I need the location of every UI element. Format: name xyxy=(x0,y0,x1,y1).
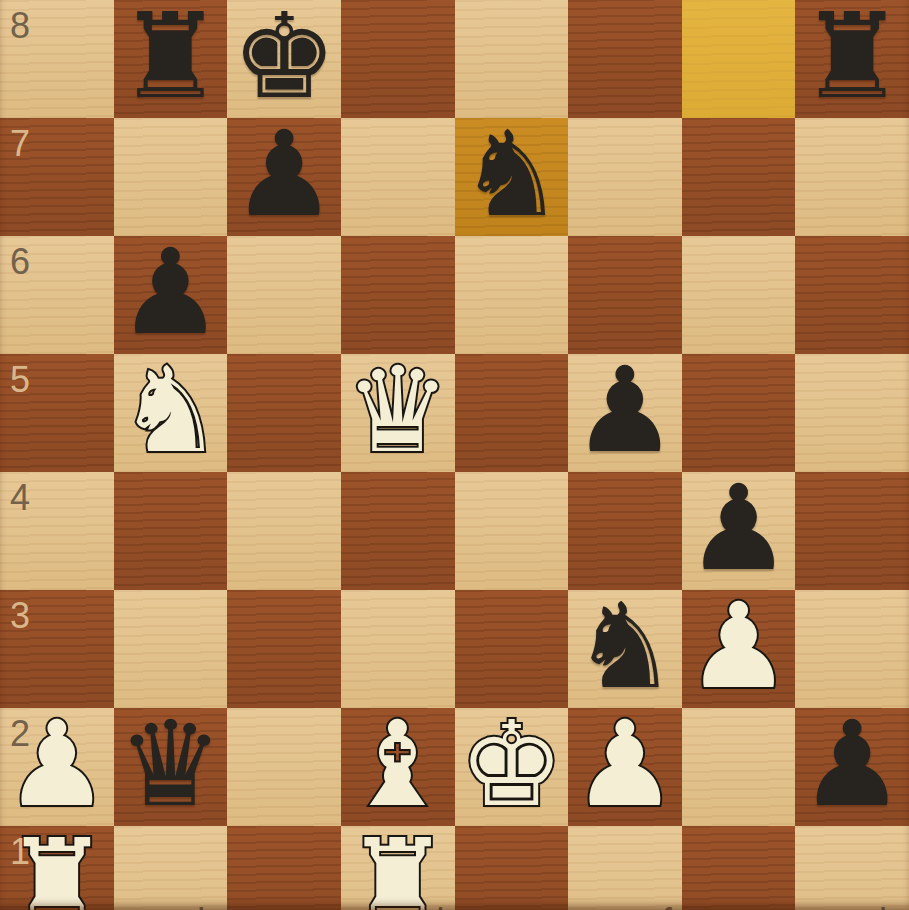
square-c2[interactable] xyxy=(227,708,341,826)
square-g1[interactable]: g xyxy=(682,826,796,910)
square-b5[interactable]: ♞ xyxy=(114,354,228,472)
square-g8[interactable] xyxy=(682,0,796,118)
rank-label-6: 6 xyxy=(10,244,30,280)
square-d4[interactable] xyxy=(341,472,455,590)
square-f5[interactable]: ♟ xyxy=(568,354,682,472)
square-a4[interactable]: 4 xyxy=(0,472,114,590)
square-h7[interactable] xyxy=(795,118,909,236)
square-g4[interactable]: ♟ xyxy=(682,472,796,590)
square-e7[interactable]: ♞ xyxy=(455,118,569,236)
square-g7[interactable] xyxy=(682,118,796,236)
square-f7[interactable] xyxy=(568,118,682,236)
square-h4[interactable] xyxy=(795,472,909,590)
square-b4[interactable] xyxy=(114,472,228,590)
black-pawn-piece[interactable]: ♟ xyxy=(572,351,678,469)
rank-label-5: 5 xyxy=(10,362,30,398)
black-pawn-piece[interactable]: ♟ xyxy=(231,115,337,233)
square-b7[interactable] xyxy=(114,118,228,236)
square-c6[interactable] xyxy=(227,236,341,354)
square-d3[interactable] xyxy=(341,590,455,708)
square-f2[interactable]: ♟ xyxy=(568,708,682,826)
black-pawn-piece[interactable]: ♟ xyxy=(799,705,905,823)
square-b6[interactable]: ♟ xyxy=(114,236,228,354)
black-queen-piece[interactable]: ♛ xyxy=(118,705,224,823)
square-d6[interactable] xyxy=(341,236,455,354)
black-pawn-piece[interactable]: ♟ xyxy=(686,469,792,587)
square-d2[interactable]: ♝ xyxy=(341,708,455,826)
square-e2[interactable]: ♚ xyxy=(455,708,569,826)
black-rook-piece[interactable]: ♜ xyxy=(799,0,905,115)
file-label-c: c xyxy=(313,904,331,910)
square-f6[interactable] xyxy=(568,236,682,354)
square-a1[interactable]: ♜1a xyxy=(0,826,114,910)
rank-label-4: 4 xyxy=(10,480,30,516)
white-rook-piece[interactable]: ♜ xyxy=(4,823,110,910)
square-e3[interactable] xyxy=(455,590,569,708)
square-h1[interactable]: h xyxy=(795,826,909,910)
white-rook-piece[interactable]: ♜ xyxy=(345,823,451,910)
square-e4[interactable] xyxy=(455,472,569,590)
square-g2[interactable] xyxy=(682,708,796,826)
square-b8[interactable]: ♜ xyxy=(114,0,228,118)
square-b3[interactable] xyxy=(114,590,228,708)
square-d7[interactable] xyxy=(341,118,455,236)
white-pawn-piece[interactable]: ♟ xyxy=(4,705,110,823)
square-f4[interactable] xyxy=(568,472,682,590)
square-a6[interactable]: 6 xyxy=(0,236,114,354)
square-g3[interactable]: ♟ xyxy=(682,590,796,708)
square-a2[interactable]: ♟2 xyxy=(0,708,114,826)
square-e6[interactable] xyxy=(455,236,569,354)
rank-label-8: 8 xyxy=(10,8,30,44)
rank-label-7: 7 xyxy=(10,126,30,162)
square-f1[interactable]: f xyxy=(568,826,682,910)
file-label-e: e xyxy=(538,904,558,910)
square-c1[interactable]: c xyxy=(227,826,341,910)
file-label-b: b xyxy=(197,904,217,910)
rank-label-3: 3 xyxy=(10,598,30,634)
square-h2[interactable]: ♟ xyxy=(795,708,909,826)
square-c5[interactable] xyxy=(227,354,341,472)
square-h3[interactable] xyxy=(795,590,909,708)
square-g6[interactable] xyxy=(682,236,796,354)
square-e5[interactable] xyxy=(455,354,569,472)
square-h5[interactable] xyxy=(795,354,909,472)
square-a3[interactable]: 3 xyxy=(0,590,114,708)
square-e8[interactable] xyxy=(455,0,569,118)
white-queen-piece[interactable]: ♛ xyxy=(345,351,451,469)
black-king-piece[interactable]: ♚ xyxy=(231,0,337,115)
square-f8[interactable] xyxy=(568,0,682,118)
white-bishop-piece[interactable]: ♝ xyxy=(345,705,451,823)
square-h6[interactable] xyxy=(795,236,909,354)
square-c3[interactable] xyxy=(227,590,341,708)
white-pawn-piece[interactable]: ♟ xyxy=(572,705,678,823)
file-label-h: h xyxy=(879,904,899,910)
black-rook-piece[interactable]: ♜ xyxy=(118,0,224,115)
square-g5[interactable] xyxy=(682,354,796,472)
square-a5[interactable]: 5 xyxy=(0,354,114,472)
black-knight-piece[interactable]: ♞ xyxy=(458,115,564,233)
square-d8[interactable] xyxy=(341,0,455,118)
square-b1[interactable]: b xyxy=(114,826,228,910)
chess-board: 8♜♚♜7♟♞6♟5♞♛♟4♟3♞♟♟2♛♝♚♟♟♜1abc♜defgh xyxy=(0,0,909,910)
square-a7[interactable]: 7 xyxy=(0,118,114,236)
square-h8[interactable]: ♜ xyxy=(795,0,909,118)
square-c4[interactable] xyxy=(227,472,341,590)
white-knight-piece[interactable]: ♞ xyxy=(118,351,224,469)
square-c7[interactable]: ♟ xyxy=(227,118,341,236)
white-pawn-piece[interactable]: ♟ xyxy=(686,587,792,705)
square-e1[interactable]: e xyxy=(455,826,569,910)
square-b2[interactable]: ♛ xyxy=(114,708,228,826)
file-label-g: g xyxy=(765,904,785,910)
white-king-piece[interactable]: ♚ xyxy=(458,705,564,823)
black-knight-piece[interactable]: ♞ xyxy=(572,587,678,705)
file-label-f: f xyxy=(662,904,672,910)
square-f3[interactable]: ♞ xyxy=(568,590,682,708)
square-c8[interactable]: ♚ xyxy=(227,0,341,118)
square-d1[interactable]: ♜d xyxy=(341,826,455,910)
square-d5[interactable]: ♛ xyxy=(341,354,455,472)
black-pawn-piece[interactable]: ♟ xyxy=(118,233,224,351)
square-a8[interactable]: 8 xyxy=(0,0,114,118)
